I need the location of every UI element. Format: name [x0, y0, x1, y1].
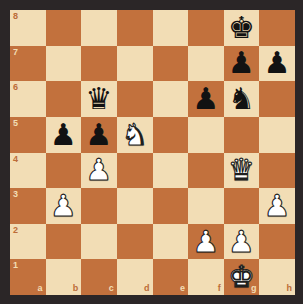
square-a4[interactable]: 4 — [10, 153, 46, 189]
rank-label-8: 8 — [13, 12, 18, 21]
square-e1[interactable]: e — [153, 259, 189, 295]
square-g1[interactable]: g♚ — [224, 259, 260, 295]
black-knight[interactable]: ♞ — [228, 84, 255, 114]
chess-board: 8♚7♟♟6♛♟♞5♟♟♞4♟♛3♟♟2♟♟1abcdefg♚h — [10, 10, 295, 295]
square-f5[interactable] — [188, 117, 224, 153]
square-e8[interactable] — [153, 10, 189, 46]
square-a6[interactable]: 6 — [10, 81, 46, 117]
square-c5[interactable]: ♟ — [81, 117, 117, 153]
square-a8[interactable]: 8 — [10, 10, 46, 46]
file-label-c: c — [109, 284, 114, 293]
square-e5[interactable] — [153, 117, 189, 153]
square-d7[interactable] — [117, 46, 153, 82]
square-a5[interactable]: 5 — [10, 117, 46, 153]
black-king[interactable]: ♚ — [228, 13, 255, 43]
square-g7[interactable]: ♟ — [224, 46, 260, 82]
square-b2[interactable] — [46, 224, 82, 260]
square-h2[interactable] — [259, 224, 295, 260]
square-b8[interactable] — [46, 10, 82, 46]
square-g4[interactable]: ♛ — [224, 153, 260, 189]
square-e2[interactable] — [153, 224, 189, 260]
square-h4[interactable] — [259, 153, 295, 189]
rank-label-3: 3 — [13, 190, 18, 199]
square-f4[interactable] — [188, 153, 224, 189]
file-label-b: b — [73, 284, 79, 293]
square-e4[interactable] — [153, 153, 189, 189]
file-label-d: d — [144, 284, 150, 293]
square-b5[interactable]: ♟ — [46, 117, 82, 153]
square-h1[interactable]: h — [259, 259, 295, 295]
square-g8[interactable]: ♚ — [224, 10, 260, 46]
black-pawn[interactable]: ♟ — [86, 120, 113, 150]
rank-label-6: 6 — [13, 83, 18, 92]
black-pawn[interactable]: ♟ — [192, 84, 219, 114]
square-d2[interactable] — [117, 224, 153, 260]
square-b4[interactable] — [46, 153, 82, 189]
square-b6[interactable] — [46, 81, 82, 117]
square-g2[interactable]: ♟ — [224, 224, 260, 260]
square-d1[interactable]: d — [117, 259, 153, 295]
white-queen[interactable]: ♛ — [228, 155, 255, 185]
square-f1[interactable]: f — [188, 259, 224, 295]
square-d3[interactable] — [117, 188, 153, 224]
square-c6[interactable]: ♛ — [81, 81, 117, 117]
black-pawn[interactable]: ♟ — [228, 48, 255, 78]
file-label-a: a — [38, 284, 43, 293]
square-a1[interactable]: 1a — [10, 259, 46, 295]
chess-board-frame: 8♚7♟♟6♛♟♞5♟♟♞4♟♛3♟♟2♟♟1abcdefg♚h — [0, 0, 303, 304]
black-pawn[interactable]: ♟ — [264, 48, 291, 78]
white-pawn[interactable]: ♟ — [86, 155, 113, 185]
rank-label-1: 1 — [13, 261, 18, 270]
file-label-f: f — [218, 284, 221, 293]
rank-label-4: 4 — [13, 155, 18, 164]
square-h3[interactable]: ♟ — [259, 188, 295, 224]
square-h5[interactable] — [259, 117, 295, 153]
square-a2[interactable]: 2 — [10, 224, 46, 260]
square-f8[interactable] — [188, 10, 224, 46]
square-c3[interactable] — [81, 188, 117, 224]
black-pawn[interactable]: ♟ — [50, 120, 77, 150]
square-d4[interactable] — [117, 153, 153, 189]
square-c4[interactable]: ♟ — [81, 153, 117, 189]
square-c8[interactable] — [81, 10, 117, 46]
white-king[interactable]: ♚ — [228, 262, 255, 292]
square-a7[interactable]: 7 — [10, 46, 46, 82]
square-f3[interactable] — [188, 188, 224, 224]
square-c7[interactable] — [81, 46, 117, 82]
square-h7[interactable]: ♟ — [259, 46, 295, 82]
square-g6[interactable]: ♞ — [224, 81, 260, 117]
square-f7[interactable] — [188, 46, 224, 82]
square-c1[interactable]: c — [81, 259, 117, 295]
square-d8[interactable] — [117, 10, 153, 46]
square-e7[interactable] — [153, 46, 189, 82]
square-d5[interactable]: ♞ — [117, 117, 153, 153]
white-pawn[interactable]: ♟ — [50, 191, 77, 221]
square-h8[interactable] — [259, 10, 295, 46]
rank-label-7: 7 — [13, 48, 18, 57]
square-d6[interactable] — [117, 81, 153, 117]
rank-label-2: 2 — [13, 226, 18, 235]
white-pawn[interactable]: ♟ — [264, 191, 291, 221]
square-g5[interactable] — [224, 117, 260, 153]
square-f2[interactable]: ♟ — [188, 224, 224, 260]
white-knight[interactable]: ♞ — [121, 120, 148, 150]
square-e6[interactable] — [153, 81, 189, 117]
rank-label-5: 5 — [13, 119, 18, 128]
file-label-h: h — [287, 284, 293, 293]
black-queen[interactable]: ♛ — [86, 84, 113, 114]
square-b3[interactable]: ♟ — [46, 188, 82, 224]
square-a3[interactable]: 3 — [10, 188, 46, 224]
square-b1[interactable]: b — [46, 259, 82, 295]
file-label-e: e — [180, 284, 185, 293]
square-b7[interactable] — [46, 46, 82, 82]
square-e3[interactable] — [153, 188, 189, 224]
white-pawn[interactable]: ♟ — [228, 227, 255, 257]
white-pawn[interactable]: ♟ — [192, 227, 219, 257]
square-h6[interactable] — [259, 81, 295, 117]
square-c2[interactable] — [81, 224, 117, 260]
square-g3[interactable] — [224, 188, 260, 224]
square-f6[interactable]: ♟ — [188, 81, 224, 117]
